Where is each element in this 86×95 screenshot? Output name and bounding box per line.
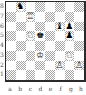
square-c8[interactable] [26, 2, 36, 12]
black-pawn[interactable]: ♟ [65, 31, 75, 41]
white-knight[interactable]: ♘ [26, 31, 36, 41]
square-b5[interactable] [16, 31, 26, 41]
square-b8[interactable]: ♞ [16, 2, 26, 12]
square-g5[interactable]: ♟ [65, 31, 75, 41]
square-g6[interactable]: ♟ [65, 22, 75, 32]
square-h3[interactable] [74, 51, 84, 61]
square-e2[interactable] [45, 61, 55, 71]
square-d4[interactable] [35, 41, 45, 51]
file-label-d: d [35, 84, 45, 94]
square-h5[interactable] [74, 31, 84, 41]
square-f2[interactable]: ♙ [55, 61, 65, 71]
square-c1[interactable] [26, 70, 36, 80]
square-d1[interactable] [35, 70, 45, 80]
square-g3[interactable]: ♘ [65, 51, 75, 61]
square-a7[interactable] [6, 12, 16, 22]
square-a6[interactable] [6, 22, 16, 32]
white-pawn[interactable]: ♙ [74, 61, 84, 71]
square-d2[interactable] [35, 61, 45, 71]
square-f3[interactable] [55, 51, 65, 61]
square-a5[interactable] [6, 31, 16, 41]
square-e7[interactable] [45, 12, 55, 22]
square-d5[interactable]: ♚ [35, 31, 45, 41]
file-label-g: g [66, 84, 76, 94]
black-pawn[interactable]: ♟ [65, 22, 75, 32]
chess-diagram: 87654321 ♞♖♝♟♘♚♟♔♘♙♙ abcdefgh [0, 0, 86, 95]
square-c6[interactable] [26, 22, 36, 32]
square-d8[interactable] [35, 2, 45, 12]
white-king[interactable]: ♔ [35, 51, 45, 61]
square-a4[interactable] [6, 41, 16, 51]
square-h2[interactable]: ♙ [74, 61, 84, 71]
square-f1[interactable] [55, 70, 65, 80]
file-label-f: f [56, 84, 66, 94]
square-e4[interactable] [45, 41, 55, 51]
square-h1[interactable] [74, 70, 84, 80]
square-g2[interactable] [65, 61, 75, 71]
square-b1[interactable] [16, 70, 26, 80]
square-d7[interactable] [35, 12, 45, 22]
file-label-c: c [25, 84, 35, 94]
square-e6[interactable] [45, 22, 55, 32]
square-d3[interactable]: ♔ [35, 51, 45, 61]
square-h8[interactable] [74, 2, 84, 12]
square-h4[interactable] [74, 41, 84, 51]
square-c3[interactable] [26, 51, 36, 61]
chess-board[interactable]: ♞♖♝♟♘♚♟♔♘♙♙ [5, 1, 86, 82]
square-b4[interactable] [16, 41, 26, 51]
square-g4[interactable] [65, 41, 75, 51]
square-a8[interactable] [6, 2, 16, 12]
square-b2[interactable] [16, 61, 26, 71]
black-knight[interactable]: ♞ [16, 2, 26, 12]
square-g1[interactable] [65, 70, 75, 80]
square-e1[interactable] [45, 70, 55, 80]
white-knight[interactable]: ♘ [65, 51, 75, 61]
square-f6[interactable]: ♝ [55, 22, 65, 32]
square-b7[interactable] [16, 12, 26, 22]
square-b3[interactable] [16, 51, 26, 61]
file-label-e: e [46, 84, 56, 94]
file-label-b: b [15, 84, 25, 94]
square-a3[interactable] [6, 51, 16, 61]
file-label-a: a [5, 84, 15, 94]
file-label-h: h [76, 84, 86, 94]
white-rook[interactable]: ♖ [26, 12, 36, 22]
black-king[interactable]: ♚ [35, 31, 45, 41]
square-c4[interactable] [26, 41, 36, 51]
square-d6[interactable] [35, 22, 45, 32]
square-a2[interactable] [6, 61, 16, 71]
square-c7[interactable]: ♖ [26, 12, 36, 22]
square-c5[interactable]: ♘ [26, 31, 36, 41]
file-labels: abcdefgh [5, 84, 86, 94]
square-g8[interactable] [65, 2, 75, 12]
square-h7[interactable] [74, 12, 84, 22]
square-a1[interactable] [6, 70, 16, 80]
square-b6[interactable] [16, 22, 26, 32]
square-f8[interactable] [55, 2, 65, 12]
square-e3[interactable] [45, 51, 55, 61]
square-g7[interactable] [65, 12, 75, 22]
square-f7[interactable] [55, 12, 65, 22]
square-e5[interactable] [45, 31, 55, 41]
square-c2[interactable] [26, 61, 36, 71]
white-pawn[interactable]: ♙ [55, 61, 65, 71]
square-f5[interactable] [55, 31, 65, 41]
black-bishop[interactable]: ♝ [55, 22, 65, 32]
square-h6[interactable] [74, 22, 84, 32]
square-f4[interactable] [55, 41, 65, 51]
square-e8[interactable] [45, 2, 55, 12]
